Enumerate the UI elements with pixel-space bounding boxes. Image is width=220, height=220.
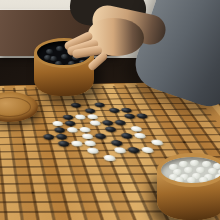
white-stone: [86, 148, 99, 154]
intersection-c15[interactable]: [9, 179, 25, 188]
black-stone: [62, 115, 73, 120]
white-stone-in-bowl: [199, 177, 208, 183]
white-stone: [79, 127, 91, 132]
black-stone-in-bowl: [46, 49, 53, 54]
white-stone: [103, 155, 117, 161]
white-stone: [84, 140, 97, 146]
black-stone: [108, 108, 120, 113]
intersection-c13[interactable]: [7, 163, 22, 171]
intersection-b18[interactable]: [0, 207, 14, 217]
intersection-c11[interactable]: [5, 148, 19, 156]
wall-corner-shadow: [210, 0, 220, 96]
white-stone-bowl: [157, 153, 220, 220]
black-stone-in-bowl: [67, 47, 74, 52]
black-stone-in-bowl: [50, 56, 57, 61]
black-bowl-stones: [34, 38, 94, 68]
black-stone: [104, 127, 117, 132]
intersection-c16[interactable]: [10, 188, 26, 197]
white-stone-in-bowl: [202, 161, 211, 167]
black-stone-in-bowl: [83, 53, 90, 58]
white-stone-in-bowl: [187, 177, 196, 183]
black-stone: [94, 102, 106, 107]
intersection-c18[interactable]: [13, 207, 30, 217]
white-stone: [87, 114, 99, 119]
black-stone: [110, 140, 123, 146]
black-stone: [102, 120, 114, 125]
white-stone-in-bowl: [190, 160, 199, 166]
black-stone: [64, 121, 76, 126]
white-stone: [113, 147, 127, 153]
white-bowl-stones: [157, 153, 220, 187]
black-stone: [43, 134, 55, 140]
black-stone: [56, 134, 68, 140]
intersection-c17[interactable]: [11, 197, 28, 207]
white-stone-in-bowl: [175, 177, 184, 183]
white-stone: [71, 141, 83, 147]
intersection-b19[interactable]: [0, 217, 15, 220]
black-stone-in-bowl: [44, 55, 51, 60]
black-stone: [94, 133, 107, 139]
white-stone: [89, 120, 101, 125]
black-stone-bowl: [34, 38, 94, 96]
white-stone: [66, 127, 78, 132]
scene: [0, 0, 220, 220]
black-stone-in-bowl: [72, 55, 79, 60]
black-stone: [84, 108, 96, 113]
intersection-c14[interactable]: [8, 171, 23, 180]
black-stone-in-bowl: [68, 61, 75, 66]
white-stone: [52, 121, 63, 126]
white-stone: [75, 114, 87, 119]
black-stone-in-bowl: [56, 46, 63, 51]
black-stone: [54, 127, 66, 132]
black-stone: [58, 141, 70, 147]
white-stone-in-bowl: [184, 167, 193, 173]
white-stone: [81, 134, 93, 140]
white-stone-in-bowl: [215, 174, 220, 180]
intersection-c12[interactable]: [6, 155, 21, 163]
black-stone-in-bowl: [61, 54, 68, 59]
black-stone-in-bowl: [78, 48, 85, 53]
black-stone-in-bowl: [55, 61, 62, 66]
black-stone: [70, 103, 81, 108]
